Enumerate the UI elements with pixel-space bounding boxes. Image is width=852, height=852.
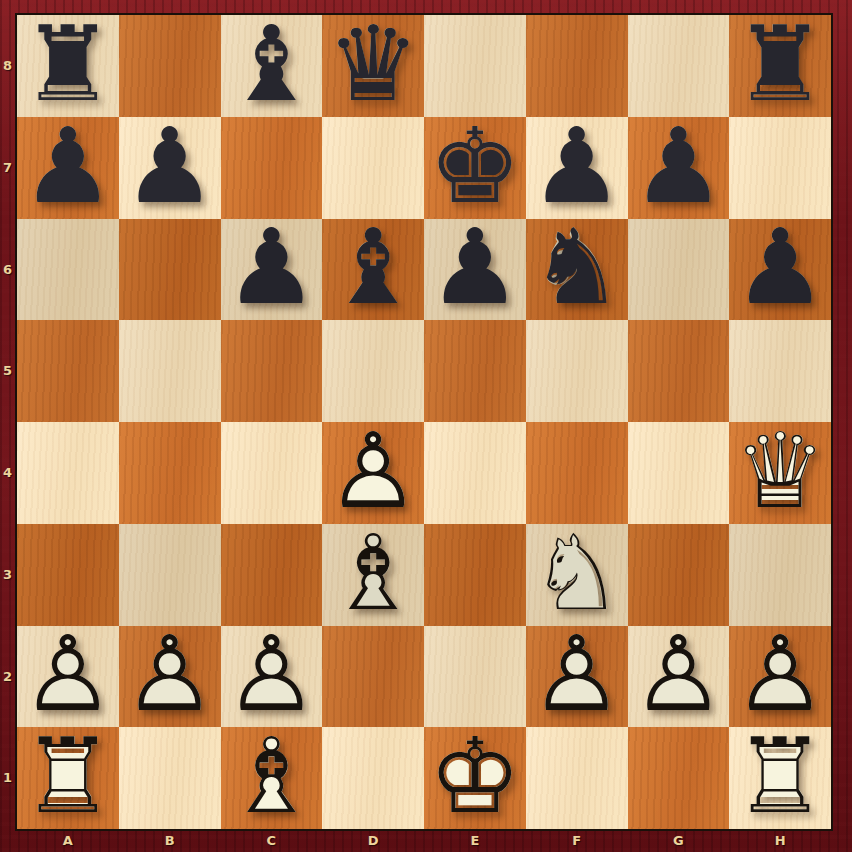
- square-h6[interactable]: ♙♟: [729, 219, 831, 321]
- white-pawn-outline-glyph: ♙: [734, 626, 827, 727]
- square-h3[interactable]: [729, 524, 831, 626]
- piece-white-rook[interactable]: ♜♖: [729, 727, 831, 829]
- rank-label-1: 1: [0, 727, 15, 829]
- square-b3[interactable]: [119, 524, 221, 626]
- black-knight-outline-glyph: ♘: [530, 219, 623, 320]
- rank-label-7: 7: [0, 117, 15, 219]
- square-b2[interactable]: ♟♙: [119, 626, 221, 728]
- piece-black-king[interactable]: ♔♚: [424, 117, 526, 219]
- piece-white-bishop[interactable]: ♝♗: [322, 524, 424, 626]
- square-e1[interactable]: ♚♔: [424, 727, 526, 829]
- white-pawn-outline-glyph: ♙: [123, 626, 216, 727]
- black-king-outline-glyph: ♔: [428, 117, 521, 218]
- piece-white-pawn[interactable]: ♟♙: [221, 626, 323, 728]
- piece-white-pawn[interactable]: ♟♙: [17, 626, 119, 728]
- square-c7[interactable]: [221, 117, 323, 219]
- black-pawn-filled-glyph: ♟: [225, 219, 318, 320]
- square-d8[interactable]: ♕♛: [322, 15, 424, 117]
- black-pawn-outline-glyph: ♙: [530, 117, 623, 218]
- square-c1[interactable]: ♝♗: [221, 727, 323, 829]
- square-a1[interactable]: ♜♖: [17, 727, 119, 829]
- square-h4[interactable]: ♛♕: [729, 422, 831, 524]
- white-pawn-filled-glyph: ♟: [530, 626, 623, 727]
- piece-black-bishop[interactable]: ♗♝: [221, 15, 323, 117]
- black-pawn-filled-glyph: ♟: [428, 219, 521, 320]
- piece-black-pawn[interactable]: ♙♟: [17, 117, 119, 219]
- square-d4[interactable]: ♟♙: [322, 422, 424, 524]
- square-c6[interactable]: ♙♟: [221, 219, 323, 321]
- square-a7[interactable]: ♙♟: [17, 117, 119, 219]
- white-bishop-filled-glyph: ♝: [225, 727, 318, 828]
- piece-black-pawn[interactable]: ♙♟: [628, 117, 730, 219]
- black-pawn-filled-glyph: ♟: [530, 117, 623, 218]
- black-knight-filled-glyph: ♞: [530, 219, 623, 320]
- black-rook-outline-glyph: ♖: [21, 15, 114, 116]
- square-b7[interactable]: ♙♟: [119, 117, 221, 219]
- rank-label-8: 8: [0, 15, 15, 117]
- square-f6[interactable]: ♘♞: [526, 219, 628, 321]
- white-pawn-filled-glyph: ♟: [225, 626, 318, 727]
- black-pawn-outline-glyph: ♙: [123, 117, 216, 218]
- square-a6[interactable]: [17, 219, 119, 321]
- white-pawn-outline-glyph: ♙: [225, 626, 318, 727]
- black-pawn-outline-glyph: ♙: [21, 117, 114, 218]
- square-b4[interactable]: [119, 422, 221, 524]
- square-a3[interactable]: [17, 524, 119, 626]
- black-pawn-filled-glyph: ♟: [734, 219, 827, 320]
- square-c2[interactable]: ♟♙: [221, 626, 323, 728]
- square-b8[interactable]: [119, 15, 221, 117]
- piece-black-pawn[interactable]: ♙♟: [221, 219, 323, 321]
- piece-white-knight[interactable]: ♞♘: [526, 524, 628, 626]
- square-f5[interactable]: [526, 320, 628, 422]
- rank-label-3: 3: [0, 524, 15, 626]
- square-h5[interactable]: [729, 320, 831, 422]
- square-g4[interactable]: [628, 422, 730, 524]
- white-pawn-filled-glyph: ♟: [734, 626, 827, 727]
- piece-black-queen[interactable]: ♕♛: [322, 15, 424, 117]
- white-queen-filled-glyph: ♛: [734, 422, 827, 523]
- square-e8[interactable]: [424, 15, 526, 117]
- square-a8[interactable]: ♖♜: [17, 15, 119, 117]
- piece-white-rook[interactable]: ♜♖: [17, 727, 119, 829]
- piece-black-pawn[interactable]: ♙♟: [729, 219, 831, 321]
- piece-white-bishop[interactable]: ♝♗: [221, 727, 323, 829]
- black-bishop-filled-glyph: ♝: [327, 219, 420, 320]
- black-king-filled-glyph: ♚: [428, 117, 521, 218]
- white-pawn-filled-glyph: ♟: [327, 422, 420, 523]
- square-c4[interactable]: [221, 422, 323, 524]
- piece-black-knight[interactable]: ♘♞: [526, 219, 628, 321]
- rank-label-2: 2: [0, 626, 15, 728]
- square-a5[interactable]: [17, 320, 119, 422]
- square-g3[interactable]: [628, 524, 730, 626]
- piece-black-pawn[interactable]: ♙♟: [119, 117, 221, 219]
- piece-white-king[interactable]: ♚♔: [424, 727, 526, 829]
- black-pawn-outline-glyph: ♙: [225, 219, 318, 320]
- square-g6[interactable]: [628, 219, 730, 321]
- white-knight-filled-glyph: ♞: [530, 524, 623, 625]
- square-e3[interactable]: [424, 524, 526, 626]
- white-king-filled-glyph: ♚: [428, 727, 521, 828]
- square-d3[interactable]: ♝♗: [322, 524, 424, 626]
- square-f7[interactable]: ♙♟: [526, 117, 628, 219]
- square-h1[interactable]: ♜♖: [729, 727, 831, 829]
- file-label-f: F: [526, 831, 628, 852]
- piece-white-pawn[interactable]: ♟♙: [628, 626, 730, 728]
- black-pawn-filled-glyph: ♟: [632, 117, 725, 218]
- black-pawn-outline-glyph: ♙: [734, 219, 827, 320]
- white-bishop-filled-glyph: ♝: [327, 524, 420, 625]
- piece-black-pawn[interactable]: ♙♟: [424, 219, 526, 321]
- square-f8[interactable]: [526, 15, 628, 117]
- square-g2[interactable]: ♟♙: [628, 626, 730, 728]
- black-bishop-filled-glyph: ♝: [225, 15, 318, 116]
- black-pawn-filled-glyph: ♟: [21, 117, 114, 218]
- white-pawn-filled-glyph: ♟: [123, 626, 216, 727]
- white-pawn-filled-glyph: ♟: [21, 626, 114, 727]
- black-rook-filled-glyph: ♜: [734, 15, 827, 116]
- piece-white-pawn[interactable]: ♟♙: [729, 626, 831, 728]
- square-c8[interactable]: ♗♝: [221, 15, 323, 117]
- square-g1[interactable]: [628, 727, 730, 829]
- square-h2[interactable]: ♟♙: [729, 626, 831, 728]
- black-rook-filled-glyph: ♜: [21, 15, 114, 116]
- square-g7[interactable]: ♙♟: [628, 117, 730, 219]
- square-g8[interactable]: [628, 15, 730, 117]
- piece-white-pawn[interactable]: ♟♙: [322, 422, 424, 524]
- piece-white-pawn[interactable]: ♟♙: [119, 626, 221, 728]
- white-pawn-filled-glyph: ♟: [632, 626, 725, 727]
- black-queen-outline-glyph: ♕: [327, 15, 420, 116]
- square-e6[interactable]: ♙♟: [424, 219, 526, 321]
- square-f4[interactable]: [526, 422, 628, 524]
- square-f2[interactable]: ♟♙: [526, 626, 628, 728]
- piece-black-rook[interactable]: ♖♜: [729, 15, 831, 117]
- black-pawn-filled-glyph: ♟: [123, 117, 216, 218]
- square-d6[interactable]: ♗♝: [322, 219, 424, 321]
- rank-label-4: 4: [0, 422, 15, 524]
- white-pawn-outline-glyph: ♙: [21, 626, 114, 727]
- black-rook-outline-glyph: ♖: [734, 15, 827, 116]
- white-bishop-outline-glyph: ♗: [327, 524, 420, 625]
- square-e2[interactable]: [424, 626, 526, 728]
- piece-white-pawn[interactable]: ♟♙: [526, 626, 628, 728]
- square-a2[interactable]: ♟♙: [17, 626, 119, 728]
- board-frame: ♖♜♗♝♕♛♖♜♙♟♙♟♔♚♙♟♙♟♙♟♗♝♙♟♘♞♙♟♟♙♛♕♝♗♞♘♟♙♟♙…: [0, 0, 852, 852]
- file-label-c: C: [221, 831, 323, 852]
- square-c5[interactable]: [221, 320, 323, 422]
- piece-black-pawn[interactable]: ♙♟: [526, 117, 628, 219]
- white-queen-outline-glyph: ♕: [734, 422, 827, 523]
- white-rook-filled-glyph: ♜: [734, 727, 827, 828]
- square-c3[interactable]: [221, 524, 323, 626]
- square-e7[interactable]: ♔♚: [424, 117, 526, 219]
- black-queen-filled-glyph: ♛: [327, 15, 420, 116]
- white-knight-outline-glyph: ♘: [530, 524, 623, 625]
- black-bishop-outline-glyph: ♗: [225, 15, 318, 116]
- square-f1[interactable]: [526, 727, 628, 829]
- square-d1[interactable]: [322, 727, 424, 829]
- white-bishop-outline-glyph: ♗: [225, 727, 318, 828]
- rank-label-5: 5: [0, 320, 15, 422]
- white-pawn-outline-glyph: ♙: [327, 422, 420, 523]
- square-e5[interactable]: [424, 320, 526, 422]
- chess-board: ♖♜♗♝♕♛♖♜♙♟♙♟♔♚♙♟♙♟♙♟♗♝♙♟♘♞♙♟♟♙♛♕♝♗♞♘♟♙♟♙…: [15, 13, 833, 831]
- square-b6[interactable]: [119, 219, 221, 321]
- white-rook-outline-glyph: ♖: [734, 727, 827, 828]
- black-pawn-outline-glyph: ♙: [632, 117, 725, 218]
- square-e4[interactable]: [424, 422, 526, 524]
- rank-label-6: 6: [0, 219, 15, 321]
- square-h7[interactable]: [729, 117, 831, 219]
- square-h8[interactable]: ♖♜: [729, 15, 831, 117]
- white-rook-filled-glyph: ♜: [21, 727, 114, 828]
- square-d2[interactable]: [322, 626, 424, 728]
- square-d7[interactable]: [322, 117, 424, 219]
- square-d5[interactable]: [322, 320, 424, 422]
- piece-black-bishop[interactable]: ♗♝: [322, 219, 424, 321]
- file-label-d: D: [322, 831, 424, 852]
- file-label-a: A: [17, 831, 119, 852]
- file-label-g: G: [628, 831, 730, 852]
- white-rook-outline-glyph: ♖: [21, 727, 114, 828]
- piece-black-rook[interactable]: ♖♜: [17, 15, 119, 117]
- square-b5[interactable]: [119, 320, 221, 422]
- square-b1[interactable]: [119, 727, 221, 829]
- square-a4[interactable]: [17, 422, 119, 524]
- file-label-h: H: [729, 831, 831, 852]
- file-label-b: B: [119, 831, 221, 852]
- square-g5[interactable]: [628, 320, 730, 422]
- black-pawn-outline-glyph: ♙: [428, 219, 521, 320]
- file-label-e: E: [424, 831, 526, 852]
- white-king-outline-glyph: ♔: [428, 727, 521, 828]
- black-bishop-outline-glyph: ♗: [327, 219, 420, 320]
- piece-white-queen[interactable]: ♛♕: [729, 422, 831, 524]
- white-pawn-outline-glyph: ♙: [530, 626, 623, 727]
- square-f3[interactable]: ♞♘: [526, 524, 628, 626]
- white-pawn-outline-glyph: ♙: [632, 626, 725, 727]
